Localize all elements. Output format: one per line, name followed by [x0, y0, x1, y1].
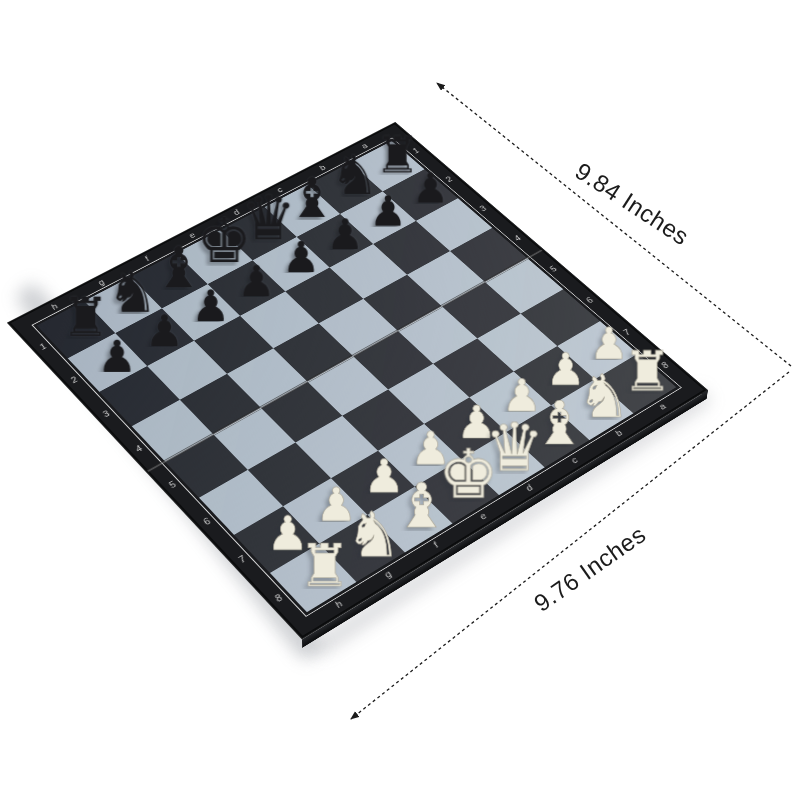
- width-dimension-label: 9.84 Inches: [570, 157, 694, 251]
- board-grid: [37, 141, 676, 612]
- product-photo-scene: hgfedcbahgfedcba1234567812345678 ♜♞♝♚♛♝♞…: [0, 0, 800, 800]
- depth-dimension-label: 9.76 Inches: [529, 520, 651, 617]
